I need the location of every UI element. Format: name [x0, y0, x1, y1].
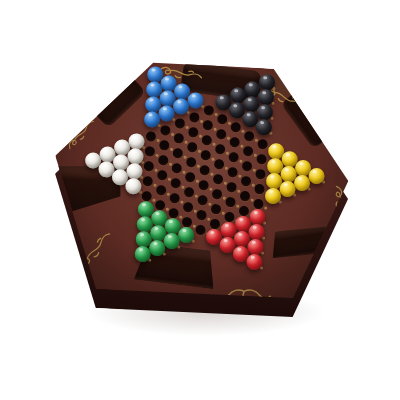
marble-black[interactable]: [258, 74, 275, 91]
marble-white[interactable]: [128, 132, 145, 149]
marble-yellow[interactable]: [308, 168, 325, 185]
marble-yellow[interactable]: [279, 181, 296, 198]
marble-green[interactable]: [163, 233, 180, 250]
marble-blue[interactable]: [187, 91, 204, 108]
chinese-checkers-board-photo: [0, 0, 400, 400]
marble-black[interactable]: [257, 89, 274, 106]
marble-green[interactable]: [178, 226, 195, 243]
marble-blue[interactable]: [144, 111, 161, 128]
marble-white[interactable]: [126, 162, 143, 179]
marble-blue[interactable]: [173, 98, 190, 115]
marble-white[interactable]: [127, 147, 144, 164]
game-board: [46, 54, 355, 306]
marble-green[interactable]: [134, 246, 151, 263]
marble-black[interactable]: [256, 104, 273, 121]
marble-red[interactable]: [247, 238, 264, 255]
marble-red[interactable]: [249, 208, 266, 225]
marble-red[interactable]: [246, 253, 263, 270]
marble-red[interactable]: [248, 223, 265, 240]
marble-black[interactable]: [255, 119, 272, 136]
marble-white[interactable]: [125, 177, 142, 194]
